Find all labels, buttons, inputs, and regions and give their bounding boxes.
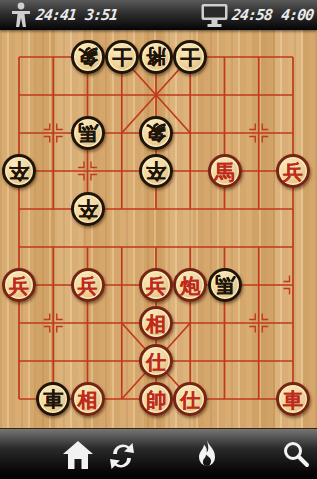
piece-glyph: 相	[78, 389, 98, 410]
piece-red-chariot[interactable]: 車	[276, 382, 310, 416]
piece-glyph: 兵	[9, 275, 29, 296]
piece-red-advisor[interactable]: 仕	[139, 344, 173, 378]
piece-red-soldier[interactable]: 兵	[139, 268, 173, 302]
toolbar	[0, 428, 317, 479]
piece-black-soldier[interactable]: 卒	[2, 154, 36, 188]
clock-bar: 24:413:51 24:584:00	[0, 0, 317, 30]
piece-black-general[interactable]: 將	[139, 40, 173, 74]
piece-black-soldier[interactable]: 卒	[71, 192, 105, 226]
xiangqi-board[interactable]: 象士將士馬象卒卒馬兵卒兵兵兵炮馬相仕車相帥仕車	[0, 30, 317, 428]
computer-clock: 24:584:00	[197, 0, 313, 30]
piece-glyph: 馬	[215, 275, 235, 296]
piece-black-horse[interactable]: 馬	[71, 116, 105, 150]
player-move-time: 3:51	[84, 6, 118, 24]
piece-red-advisor[interactable]: 仕	[173, 382, 207, 416]
piece-glyph: 帥	[146, 389, 166, 410]
computer-move-time: 4:00	[280, 6, 314, 24]
piece-red-soldier[interactable]: 兵	[2, 268, 36, 302]
computer-times: 24:584:00	[231, 6, 314, 24]
piece-black-horse[interactable]: 馬	[208, 268, 242, 302]
piece-glyph: 炮	[180, 275, 200, 296]
home-icon[interactable]	[61, 438, 95, 472]
piece-glyph: 兵	[283, 161, 303, 182]
piece-black-advisor[interactable]: 士	[173, 40, 207, 74]
piece-red-horse[interactable]: 馬	[208, 154, 242, 188]
player-main-time: 24:41	[35, 6, 77, 24]
piece-red-elephant[interactable]: 相	[71, 382, 105, 416]
refresh-icon[interactable]	[105, 438, 139, 472]
piece-glyph: 士	[112, 47, 132, 68]
piece-glyph: 士	[180, 47, 200, 68]
piece-red-elephant[interactable]: 相	[139, 306, 173, 340]
piece-glyph: 車	[43, 389, 63, 410]
piece-black-soldier[interactable]: 卒	[139, 154, 173, 188]
piece-glyph: 仕	[180, 389, 200, 410]
piece-glyph: 卒	[78, 199, 98, 220]
flame-icon[interactable]	[190, 438, 224, 472]
piece-black-elephant[interactable]: 象	[139, 116, 173, 150]
monitor-icon	[201, 2, 228, 28]
piece-red-general[interactable]: 帥	[139, 382, 173, 416]
piece-black-chariot[interactable]: 車	[36, 382, 70, 416]
xiangqi-app: 24:413:51 24:584:00	[0, 0, 317, 479]
player-clock: 24:413:51	[6, 0, 117, 30]
search-icon[interactable]	[278, 438, 312, 472]
piece-glyph: 馬	[215, 161, 235, 182]
piece-glyph: 兵	[146, 275, 166, 296]
piece-glyph: 車	[283, 389, 303, 410]
piece-glyph: 象	[146, 123, 166, 144]
player-times: 24:413:51	[35, 6, 118, 24]
piece-glyph: 馬	[78, 123, 98, 144]
piece-black-advisor[interactable]: 士	[105, 40, 139, 74]
piece-glyph: 仕	[146, 351, 166, 372]
person-icon	[10, 2, 32, 28]
piece-glyph: 將	[146, 47, 166, 68]
pieces-layer: 象士將士馬象卒卒馬兵卒兵兵兵炮馬相仕車相帥仕車	[0, 30, 317, 428]
piece-red-cannon[interactable]: 炮	[173, 268, 207, 302]
piece-glyph: 象	[78, 47, 98, 68]
computer-main-time: 24:58	[231, 6, 273, 24]
piece-red-soldier[interactable]: 兵	[276, 154, 310, 188]
piece-glyph: 卒	[9, 161, 29, 182]
piece-black-elephant[interactable]: 象	[71, 40, 105, 74]
piece-glyph: 相	[146, 313, 166, 334]
piece-glyph: 兵	[78, 275, 98, 296]
piece-red-soldier[interactable]: 兵	[71, 268, 105, 302]
piece-glyph: 卒	[146, 161, 166, 182]
